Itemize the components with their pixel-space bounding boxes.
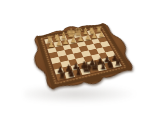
- board-square: ♜: [56, 73, 66, 81]
- scene: ♜♞♝♚♛♝♞♜♟♟♟♟♟♟♟♟♟♟♟♟♟♟♟♟♜♞♝♚♛♝♞♜: [0, 0, 166, 120]
- piece-white-pawn: ♟: [70, 36, 77, 43]
- piece-white-pawn: ♟: [55, 39, 62, 46]
- piece-white-pawn: ♟: [48, 41, 55, 48]
- piece-white-pawn: ♟: [84, 33, 90, 40]
- chess-board: ♜♞♝♚♛♝♞♜♟♟♟♟♟♟♟♟♟♟♟♟♟♟♟♟♜♞♝♚♛♝♞♜: [25, 17, 148, 101]
- piece-white-pawn: ♟: [77, 35, 83, 42]
- chess-set-product-photo: ♜♞♝♚♛♝♞♜♟♟♟♟♟♟♟♟♟♟♟♟♟♟♟♟♜♞♝♚♛♝♞♜: [0, 0, 166, 120]
- piece-white-pawn: ♟: [63, 38, 70, 45]
- piece-black-knight: ♞: [66, 68, 75, 78]
- piece-black-rook: ♜: [58, 71, 66, 80]
- piece-black-rook: ♜: [114, 58, 122, 67]
- board-square: ♟: [46, 42, 55, 48]
- piece-white-pawn: ♟: [91, 32, 97, 39]
- piece-white-pawn: ♟: [98, 31, 104, 38]
